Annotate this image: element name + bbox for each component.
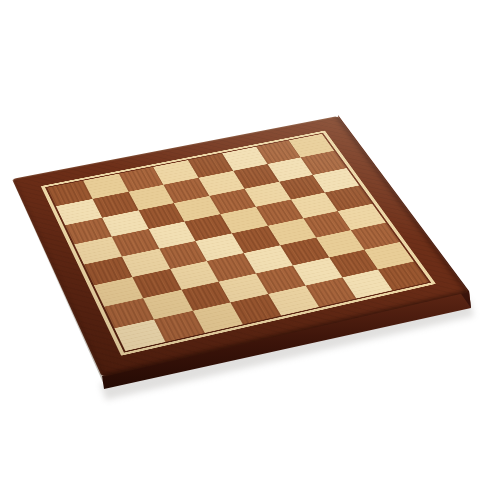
product-photo-canvas bbox=[0, 0, 480, 480]
